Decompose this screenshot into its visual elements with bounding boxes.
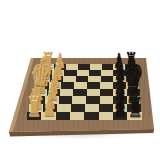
piece-black-pawn: ♟ bbox=[113, 96, 127, 121]
piece-white-pawn: ♟ bbox=[42, 96, 56, 121]
piece-white-rook: ♜ bbox=[26, 93, 41, 121]
piece-black-rook: ♜ bbox=[127, 93, 142, 121]
chess-set-photo: ♜♞♝♛♚♝♞♜♟♟♟♟♟♟♟♟♟♟♟♟♟♟♟♟♜♞♝♛♚♝♞♜ bbox=[0, 0, 160, 160]
pieces-layer: ♜♞♝♛♚♝♞♜♟♟♟♟♟♟♟♟♟♟♟♟♟♟♟♟♜♞♝♛♚♝♞♜ bbox=[0, 0, 160, 160]
